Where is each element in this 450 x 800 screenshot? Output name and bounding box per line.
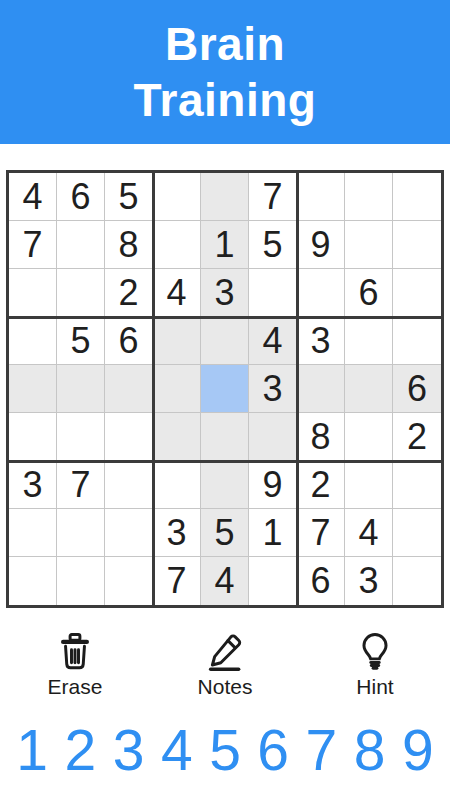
sudoku-cell-r7c8[interactable] <box>345 461 393 509</box>
lightbulb-icon <box>354 630 396 672</box>
sudoku-cell-r2c2[interactable] <box>57 221 105 269</box>
sudoku-cell-r7c7[interactable]: 2 <box>297 461 345 509</box>
numpad-digit-3[interactable]: 3 <box>104 719 152 781</box>
sudoku-cell-r9c7[interactable]: 6 <box>297 557 345 605</box>
trash-icon <box>54 630 96 672</box>
sudoku-cell-r8c8[interactable]: 4 <box>345 509 393 557</box>
sudoku-cell-r1c1[interactable]: 4 <box>9 173 57 221</box>
sudoku-cell-r1c9[interactable] <box>393 173 441 221</box>
sudoku-cell-r4c8[interactable] <box>345 317 393 365</box>
sudoku-cell-r2c1[interactable]: 7 <box>9 221 57 269</box>
sudoku-cell-r2c9[interactable] <box>393 221 441 269</box>
number-pad: 123456789 <box>0 719 450 781</box>
sudoku-cell-r1c5[interactable] <box>201 173 249 221</box>
sudoku-cell-r8c4[interactable]: 3 <box>153 509 201 557</box>
erase-label: Erase <box>48 675 103 699</box>
notes-button[interactable]: Notes <box>170 630 280 699</box>
sudoku-cell-r6c3[interactable] <box>105 413 153 461</box>
sudoku-cell-r6c6[interactable] <box>249 413 297 461</box>
sudoku-cell-r4c1[interactable] <box>9 317 57 365</box>
sudoku-cell-r7c1[interactable]: 3 <box>9 461 57 509</box>
sudoku-cell-r8c1[interactable] <box>9 509 57 557</box>
numpad-digit-1[interactable]: 1 <box>8 719 56 781</box>
sudoku-cell-r9c8[interactable]: 3 <box>345 557 393 605</box>
sudoku-cell-r8c5[interactable]: 5 <box>201 509 249 557</box>
sudoku-cell-r3c6[interactable] <box>249 269 297 317</box>
sudoku-cell-r3c8[interactable]: 6 <box>345 269 393 317</box>
sudoku-cell-r1c3[interactable]: 5 <box>105 173 153 221</box>
sudoku-cell-r2c7[interactable]: 9 <box>297 221 345 269</box>
sudoku-cell-r3c7[interactable] <box>297 269 345 317</box>
sudoku-cell-r1c6[interactable]: 7 <box>249 173 297 221</box>
numpad-digit-9[interactable]: 9 <box>394 719 442 781</box>
sudoku-cell-r6c8[interactable] <box>345 413 393 461</box>
sudoku-cell-r6c5[interactable] <box>201 413 249 461</box>
sudoku-cell-r2c8[interactable] <box>345 221 393 269</box>
sudoku-cell-r9c9[interactable] <box>393 557 441 605</box>
sudoku-cell-r1c2[interactable]: 6 <box>57 173 105 221</box>
sudoku-cell-r5c5[interactable] <box>201 365 249 413</box>
sudoku-cell-r1c7[interactable] <box>297 173 345 221</box>
hint-button[interactable]: Hint <box>320 630 430 699</box>
sudoku-board: 4657781592436564336823792351747463 <box>6 170 444 608</box>
app-title-line1: Brain <box>165 16 285 72</box>
sudoku-cell-r3c9[interactable] <box>393 269 441 317</box>
sudoku-cell-r4c2[interactable]: 5 <box>57 317 105 365</box>
sudoku-cell-r5c8[interactable] <box>345 365 393 413</box>
sudoku-cell-r6c4[interactable] <box>153 413 201 461</box>
sudoku-cell-r9c6[interactable] <box>249 557 297 605</box>
sudoku-cell-r1c4[interactable] <box>153 173 201 221</box>
erase-button[interactable]: Erase <box>20 630 130 699</box>
sudoku-cell-r8c2[interactable] <box>57 509 105 557</box>
control-bar: Erase Notes Hint <box>0 630 450 699</box>
sudoku-cell-r8c3[interactable] <box>105 509 153 557</box>
sudoku-cell-r4c4[interactable] <box>153 317 201 365</box>
sudoku-cell-r4c7[interactable]: 3 <box>297 317 345 365</box>
sudoku-cell-r3c1[interactable] <box>9 269 57 317</box>
sudoku-cell-r6c2[interactable] <box>57 413 105 461</box>
numpad-digit-5[interactable]: 5 <box>201 719 249 781</box>
numpad-digit-8[interactable]: 8 <box>346 719 394 781</box>
app-title-line2: Training <box>134 72 317 128</box>
sudoku-cell-r4c5[interactable] <box>201 317 249 365</box>
sudoku-cell-r3c4[interactable]: 4 <box>153 269 201 317</box>
sudoku-cell-r4c3[interactable]: 6 <box>105 317 153 365</box>
sudoku-cell-r8c9[interactable] <box>393 509 441 557</box>
sudoku-cell-r7c4[interactable] <box>153 461 201 509</box>
sudoku-cell-r7c5[interactable] <box>201 461 249 509</box>
sudoku-cell-r8c7[interactable]: 7 <box>297 509 345 557</box>
sudoku-cell-r6c1[interactable] <box>9 413 57 461</box>
sudoku-cell-r9c4[interactable]: 7 <box>153 557 201 605</box>
notes-label: Notes <box>198 675 253 699</box>
sudoku-cell-r5c4[interactable] <box>153 365 201 413</box>
sudoku-cell-r2c5[interactable]: 1 <box>201 221 249 269</box>
sudoku-cell-r7c3[interactable] <box>105 461 153 509</box>
sudoku-cell-r1c8[interactable] <box>345 173 393 221</box>
sudoku-cell-r7c6[interactable]: 9 <box>249 461 297 509</box>
sudoku-cell-r9c2[interactable] <box>57 557 105 605</box>
sudoku-cell-r9c5[interactable]: 4 <box>201 557 249 605</box>
sudoku-cell-r6c7[interactable]: 8 <box>297 413 345 461</box>
sudoku-cell-r5c9[interactable]: 6 <box>393 365 441 413</box>
sudoku-cell-r9c1[interactable] <box>9 557 57 605</box>
sudoku-cell-r2c4[interactable] <box>153 221 201 269</box>
sudoku-cell-r5c6[interactable]: 3 <box>249 365 297 413</box>
sudoku-cell-r5c2[interactable] <box>57 365 105 413</box>
hint-label: Hint <box>356 675 393 699</box>
sudoku-cell-r5c1[interactable] <box>9 365 57 413</box>
sudoku-cell-r3c5[interactable]: 3 <box>201 269 249 317</box>
sudoku-cell-r4c6[interactable]: 4 <box>249 317 297 365</box>
sudoku-cell-r5c3[interactable] <box>105 365 153 413</box>
sudoku-cell-r6c9[interactable]: 2 <box>393 413 441 461</box>
numpad-digit-6[interactable]: 6 <box>249 719 297 781</box>
numpad-digit-2[interactable]: 2 <box>56 719 104 781</box>
sudoku-cell-r7c2[interactable]: 7 <box>57 461 105 509</box>
numpad-digit-4[interactable]: 4 <box>153 719 201 781</box>
pencil-icon <box>204 630 246 672</box>
sudoku-cell-r4c9[interactable] <box>393 317 441 365</box>
sudoku-cell-r3c3[interactable]: 2 <box>105 269 153 317</box>
sudoku-cell-r7c9[interactable] <box>393 461 441 509</box>
sudoku-cell-r8c6[interactable]: 1 <box>249 509 297 557</box>
sudoku-cell-r9c3[interactable] <box>105 557 153 605</box>
sudoku-cell-r5c7[interactable] <box>297 365 345 413</box>
sudoku-cell-r2c3[interactable]: 8 <box>105 221 153 269</box>
app-header: Brain Training <box>0 0 450 144</box>
sudoku-cell-r2c6[interactable]: 5 <box>249 221 297 269</box>
sudoku-cell-r3c2[interactable] <box>57 269 105 317</box>
numpad-digit-7[interactable]: 7 <box>297 719 345 781</box>
